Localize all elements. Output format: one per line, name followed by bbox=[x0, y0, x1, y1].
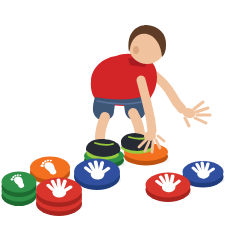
boy-right-leg bbox=[133, 113, 140, 133]
red-handprint-disc-right bbox=[146, 173, 192, 203]
scene-canvas bbox=[0, 0, 225, 225]
product-photo bbox=[0, 0, 225, 225]
green-footprint-disc-stacked bbox=[2, 172, 38, 207]
boy-far-arm bbox=[153, 74, 182, 109]
discs-front-layer bbox=[2, 157, 225, 217]
boy-ear bbox=[133, 46, 139, 54]
boy-figure bbox=[86, 25, 210, 160]
red-handprint-disc-stacked bbox=[36, 178, 83, 217]
boy-far-hand bbox=[182, 102, 210, 126]
blue-handprint-disc-left bbox=[74, 159, 121, 191]
boy-left-leg bbox=[100, 117, 105, 138]
